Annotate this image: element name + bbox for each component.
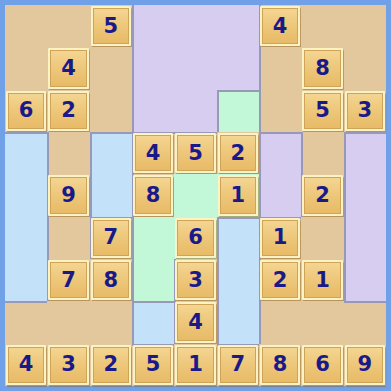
given-tile[interactable]: 4 (48, 48, 88, 88)
cell-r6c7[interactable]: 1 (301, 259, 343, 301)
cell-r7c4[interactable]: 4 (174, 301, 216, 343)
cell-r5c0[interactable] (5, 217, 47, 259)
given-tile[interactable]: 8 (302, 48, 342, 88)
cell-r5c2[interactable]: 7 (90, 217, 132, 259)
cell-r5c4[interactable]: 6 (174, 217, 216, 259)
given-tile[interactable]: 9 (345, 345, 385, 385)
cell-r5c3[interactable] (132, 217, 174, 259)
cell-r6c8[interactable] (344, 259, 386, 301)
cell-r0c7[interactable] (301, 5, 343, 47)
cell-r8c4[interactable]: 1 (174, 344, 216, 386)
given-tile[interactable]: 9 (48, 175, 88, 215)
cell-r1c0[interactable] (5, 47, 47, 89)
cell-r1c3[interactable] (132, 47, 174, 89)
cell-r5c5[interactable] (217, 217, 259, 259)
cell-r3c3[interactable]: 4 (132, 132, 174, 174)
cell-r4c1[interactable]: 9 (47, 174, 89, 216)
given-tile[interactable]: 5 (133, 345, 173, 385)
given-tile[interactable]: 2 (302, 175, 342, 215)
given-tile[interactable]: 5 (91, 6, 131, 46)
cell-r2c8[interactable]: 3 (344, 90, 386, 132)
cell-r3c5[interactable]: 2 (217, 132, 259, 174)
cell-r7c3[interactable] (132, 301, 174, 343)
given-tile[interactable]: 4 (175, 302, 215, 342)
cell-r8c3[interactable]: 5 (132, 344, 174, 386)
given-tile[interactable]: 1 (302, 260, 342, 300)
cell-r6c0[interactable] (5, 259, 47, 301)
given-tile[interactable]: 4 (6, 345, 46, 385)
cell-r7c8[interactable] (344, 301, 386, 343)
cell-r3c8[interactable] (344, 132, 386, 174)
cell-r2c2[interactable] (90, 90, 132, 132)
given-tile[interactable]: 2 (91, 345, 131, 385)
given-tile[interactable]: 2 (260, 260, 300, 300)
cell-r6c6[interactable]: 2 (259, 259, 301, 301)
cell-r0c6[interactable]: 4 (259, 5, 301, 47)
cell-r2c1[interactable]: 2 (47, 90, 89, 132)
cell-r2c3[interactable] (132, 90, 174, 132)
cell-r0c2[interactable]: 5 (90, 5, 132, 47)
cell-r6c4[interactable]: 3 (174, 259, 216, 301)
cell-r4c0[interactable] (5, 174, 47, 216)
cell-r7c6[interactable] (259, 301, 301, 343)
cell-r1c1[interactable]: 4 (47, 47, 89, 89)
cell-r7c5[interactable] (217, 301, 259, 343)
sudoku-board: 544862534529812761783214432517869 (0, 0, 391, 391)
cell-r0c5[interactable] (217, 5, 259, 47)
cell-r8c0[interactable]: 4 (5, 344, 47, 386)
given-tile[interactable]: 5 (302, 91, 342, 131)
cell-r4c7[interactable]: 2 (301, 174, 343, 216)
cell-r3c6[interactable] (259, 132, 301, 174)
cell-r2c7[interactable]: 5 (301, 90, 343, 132)
given-tile[interactable]: 1 (175, 345, 215, 385)
given-tile[interactable]: 7 (48, 260, 88, 300)
given-tile[interactable]: 6 (302, 345, 342, 385)
cell-r8c2[interactable]: 2 (90, 344, 132, 386)
cell-r1c2[interactable] (90, 47, 132, 89)
given-tile[interactable]: 3 (345, 91, 385, 131)
given-tile[interactable]: 7 (218, 345, 258, 385)
given-tile[interactable]: 7 (91, 218, 131, 258)
given-tile[interactable]: 1 (260, 218, 300, 258)
cell-r4c5[interactable]: 1 (217, 174, 259, 216)
cell-r1c7[interactable]: 8 (301, 47, 343, 89)
cell-r2c5[interactable] (217, 90, 259, 132)
cell-r3c7[interactable] (301, 132, 343, 174)
cell-r8c1[interactable]: 3 (47, 344, 89, 386)
given-tile[interactable]: 6 (175, 218, 215, 258)
given-tile[interactable]: 2 (218, 133, 258, 173)
cell-r1c5[interactable] (217, 47, 259, 89)
given-tile[interactable]: 4 (260, 6, 300, 46)
cell-r7c1[interactable] (47, 301, 89, 343)
given-tile[interactable]: 2 (48, 91, 88, 131)
cell-r4c2[interactable] (90, 174, 132, 216)
cell-r0c8[interactable] (344, 5, 386, 47)
given-tile[interactable]: 8 (91, 260, 131, 300)
cell-r0c0[interactable] (5, 5, 47, 47)
cell-r6c5[interactable] (217, 259, 259, 301)
cell-r6c1[interactable]: 7 (47, 259, 89, 301)
cell-r3c4[interactable]: 5 (174, 132, 216, 174)
cell-r8c8[interactable]: 9 (344, 344, 386, 386)
cell-r0c3[interactable] (132, 5, 174, 47)
cell-r1c8[interactable] (344, 47, 386, 89)
given-tile[interactable]: 4 (133, 133, 173, 173)
cell-r3c1[interactable] (47, 132, 89, 174)
cell-r7c7[interactable] (301, 301, 343, 343)
cell-r4c4[interactable] (174, 174, 216, 216)
cell-r4c3[interactable]: 8 (132, 174, 174, 216)
cell-r8c7[interactable]: 6 (301, 344, 343, 386)
cell-r5c1[interactable] (47, 217, 89, 259)
given-tile[interactable]: 3 (48, 345, 88, 385)
cell-r0c4[interactable] (174, 5, 216, 47)
given-tile[interactable]: 3 (175, 260, 215, 300)
cell-r2c4[interactable] (174, 90, 216, 132)
given-tile[interactable]: 8 (133, 175, 173, 215)
cell-r8c5[interactable]: 7 (217, 344, 259, 386)
cell-r5c6[interactable]: 1 (259, 217, 301, 259)
given-tile[interactable]: 8 (260, 345, 300, 385)
cell-r7c2[interactable] (90, 301, 132, 343)
cell-r1c6[interactable] (259, 47, 301, 89)
cell-r6c2[interactable]: 8 (90, 259, 132, 301)
cell-r8c6[interactable]: 8 (259, 344, 301, 386)
cell-r3c2[interactable] (90, 132, 132, 174)
cell-r3c0[interactable] (5, 132, 47, 174)
cell-r7c0[interactable] (5, 301, 47, 343)
cell-r2c6[interactable] (259, 90, 301, 132)
cell-r5c7[interactable] (301, 217, 343, 259)
cell-r2c0[interactable]: 6 (5, 90, 47, 132)
cell-r5c8[interactable] (344, 217, 386, 259)
cell-r6c3[interactable] (132, 259, 174, 301)
cell-r1c4[interactable] (174, 47, 216, 89)
cell-r4c8[interactable] (344, 174, 386, 216)
given-tile[interactable]: 1 (218, 175, 258, 215)
given-tile[interactable]: 5 (175, 133, 215, 173)
cell-r0c1[interactable] (47, 5, 89, 47)
given-tile[interactable]: 6 (6, 91, 46, 131)
cell-r4c6[interactable] (259, 174, 301, 216)
